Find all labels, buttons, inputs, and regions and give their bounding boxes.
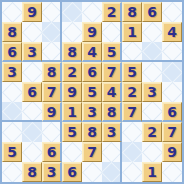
cell-r4c2[interactable] [22,62,42,82]
diamond-decoration-icon [2,162,22,182]
given-digit: 6 [47,145,57,159]
diamond-decoration-icon [62,2,82,22]
cell-r7c5: 8 [82,122,102,142]
cell-r1c7: 8 [122,2,142,22]
diamond-decoration-icon [22,62,42,82]
cell-r3c3[interactable] [42,42,62,62]
cell-r3c8[interactable] [142,42,162,62]
diamond-decoration-icon [142,42,162,62]
cell-r1c8: 6 [142,2,162,22]
cell-r4c4: 2 [62,62,82,82]
diamond-decoration-icon [142,22,162,42]
given-digit: 6 [7,45,17,59]
diamond-decoration-icon [102,142,122,162]
diamond-decoration-icon [22,142,42,162]
given-digit: 6 [147,5,157,19]
given-digit: 5 [67,125,77,139]
cell-r7c9: 7 [162,122,182,142]
cell-r6c5: 3 [82,102,102,122]
cell-r2c6[interactable] [102,22,122,42]
diamond-decoration-icon [142,142,162,162]
cell-r2c9: 4 [162,22,182,42]
diamond-decoration-icon [82,162,102,182]
cell-r9c1[interactable] [2,162,22,182]
cell-r3c9[interactable] [162,42,182,62]
diamond-decoration-icon [22,122,42,142]
diamond-decoration-icon [102,22,122,42]
cell-r3c1: 6 [2,42,22,62]
cell-r7c7[interactable] [122,122,142,142]
cell-r2c7: 1 [122,22,142,42]
cell-r8c2[interactable] [22,142,42,162]
given-digit: 5 [127,65,137,79]
given-digit: 8 [127,5,137,19]
cell-r9c8: 1 [142,162,162,182]
given-digit: 1 [67,105,77,119]
given-digit: 7 [87,145,97,159]
given-digit: 3 [27,45,37,59]
cell-r9c7[interactable] [122,162,142,182]
cell-r6c2[interactable] [22,102,42,122]
given-digit: 7 [127,105,137,119]
diamond-decoration-icon [142,102,162,122]
given-digit: 2 [147,125,157,139]
cell-r4c9[interactable] [162,62,182,82]
diamond-decoration-icon [162,162,182,182]
cell-r6c8[interactable] [142,102,162,122]
diamond-decoration-icon [122,142,142,162]
given-digit: 4 [167,25,177,39]
diamond-decoration-icon [162,42,182,62]
diamond-decoration-icon [2,122,22,142]
given-digit: 6 [167,105,177,119]
cell-r3c4: 8 [62,42,82,62]
given-digit: 1 [127,25,137,39]
diamond-decoration-icon [2,102,22,122]
given-digit: 8 [67,45,77,59]
cell-r7c1[interactable] [2,122,22,142]
diamond-decoration-icon [22,22,42,42]
cell-r1c6: 2 [102,2,122,22]
cell-r2c5: 9 [82,22,102,42]
cell-r1c1[interactable] [2,2,22,22]
given-digit: 8 [87,125,97,139]
cell-r6c1[interactable] [2,102,22,122]
diamond-decoration-icon [102,162,122,182]
diamond-decoration-icon [162,2,182,22]
given-digit: 6 [27,85,37,99]
cell-r2c1: 8 [2,22,22,42]
cell-r9c4: 6 [62,162,82,182]
cell-r8c9: 9 [162,142,182,162]
diamond-decoration-icon [62,22,82,42]
given-digit: 7 [107,65,117,79]
cell-r7c2[interactable] [22,122,42,142]
cell-r2c4[interactable] [62,22,82,42]
diamond-decoration-icon [42,2,62,22]
cell-r5c2: 6 [22,82,42,102]
diamond-decoration-icon [162,82,182,102]
diamond-decoration-icon [122,42,142,62]
cell-r9c2: 8 [22,162,42,182]
cell-r5c5: 5 [82,82,102,102]
cell-r7c6: 3 [102,122,122,142]
cell-r1c3[interactable] [42,2,62,22]
diamond-decoration-icon [42,122,62,142]
cell-r8c5: 7 [82,142,102,162]
cell-r3c6: 5 [102,42,122,62]
cell-r1c5[interactable] [82,2,102,22]
given-digit: 3 [87,105,97,119]
diamond-decoration-icon [142,62,162,82]
cell-r1c9[interactable] [162,2,182,22]
given-digit: 4 [87,45,97,59]
cell-r7c3[interactable] [42,122,62,142]
cell-r1c2: 9 [22,2,42,22]
diamond-decoration-icon [62,142,82,162]
given-digit: 5 [7,145,17,159]
cell-r6c6: 8 [102,102,122,122]
cell-r8c1: 5 [2,142,22,162]
cell-r5c7: 2 [122,82,142,102]
given-digit: 9 [87,25,97,39]
given-digit: 2 [127,85,137,99]
sudoku-board: 9286891463845382675679542391387658327567… [0,0,184,184]
cell-r2c8[interactable] [142,22,162,42]
given-digit: 3 [107,125,117,139]
cell-r1c4[interactable] [62,2,82,22]
given-digit: 5 [87,85,97,99]
cell-r5c3: 7 [42,82,62,102]
given-digit: 2 [107,5,117,19]
cell-r4c1: 3 [2,62,22,82]
given-digit: 3 [147,85,157,99]
cell-r5c4: 9 [62,82,82,102]
cell-r8c4[interactable] [62,142,82,162]
cell-r4c6: 7 [102,62,122,82]
cell-r3c2: 3 [22,42,42,62]
cell-r6c3: 9 [42,102,62,122]
cell-r7c8: 2 [142,122,162,142]
cell-r8c3: 6 [42,142,62,162]
given-digit: 8 [47,65,57,79]
cell-r5c9[interactable] [162,82,182,102]
cell-r9c5[interactable] [82,162,102,182]
given-digit: 8 [27,165,37,179]
cell-r5c8: 3 [142,82,162,102]
cell-r3c5: 4 [82,42,102,62]
cell-r9c6[interactable] [102,162,122,182]
given-digit: 6 [67,165,77,179]
cell-r9c3: 3 [42,162,62,182]
given-digit: 8 [107,105,117,119]
cell-r4c8[interactable] [142,62,162,82]
given-digit: 3 [7,65,17,79]
cell-r6c7: 7 [122,102,142,122]
cell-r5c1[interactable] [2,82,22,102]
diamond-decoration-icon [82,2,102,22]
cell-r7c4: 5 [62,122,82,142]
cell-r8c7[interactable] [122,142,142,162]
given-digit: 5 [107,45,117,59]
cell-r8c8[interactable] [142,142,162,162]
cell-r4c3: 8 [42,62,62,82]
given-digit: 3 [47,165,57,179]
diamond-decoration-icon [2,82,22,102]
given-digit: 9 [67,85,77,99]
cell-r8c6[interactable] [102,142,122,162]
cell-r2c3[interactable] [42,22,62,42]
given-digit: 9 [47,105,57,119]
cell-r6c9: 6 [162,102,182,122]
given-digit: 8 [7,25,17,39]
given-digit: 1 [147,165,157,179]
given-digit: 2 [67,65,77,79]
cell-r4c5: 6 [82,62,102,82]
diamond-decoration-icon [22,102,42,122]
given-digit: 4 [107,85,117,99]
diamond-decoration-icon [42,22,62,42]
diamond-decoration-icon [42,42,62,62]
given-digit: 7 [167,125,177,139]
cell-r5c6: 4 [102,82,122,102]
diamond-decoration-icon [162,62,182,82]
diamond-decoration-icon [122,162,142,182]
cell-r9c9[interactable] [162,162,182,182]
diamond-decoration-icon [2,2,22,22]
cell-r3c7[interactable] [122,42,142,62]
cell-r2c2[interactable] [22,22,42,42]
given-digit: 9 [27,5,37,19]
given-digit: 9 [167,145,177,159]
cell-r4c7: 5 [122,62,142,82]
diamond-decoration-icon [122,122,142,142]
given-digit: 7 [47,85,57,99]
cell-r6c4: 1 [62,102,82,122]
given-digit: 6 [87,65,97,79]
